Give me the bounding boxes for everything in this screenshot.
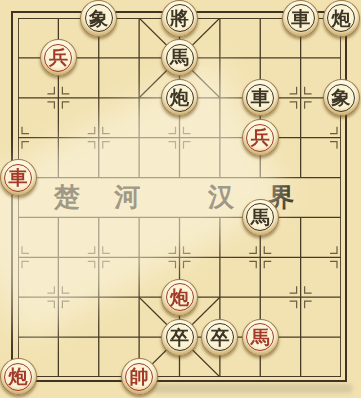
xiangqi-board: 象將車炮兵馬炮車象兵車馬炮卒卒馬炮帥 bbox=[0, 0, 361, 397]
piece-ring: 馬 bbox=[166, 44, 194, 72]
piece-ring: 炮 bbox=[327, 4, 355, 32]
piece-glyph: 馬 bbox=[170, 48, 189, 67]
piece-black-soldier[interactable]: 卒 bbox=[161, 319, 198, 356]
piece-glyph: 炮 bbox=[332, 9, 351, 28]
piece-ring: 馬 bbox=[246, 323, 274, 351]
piece-ring: 將 bbox=[166, 4, 194, 32]
piece-glyph: 兵 bbox=[49, 48, 68, 67]
piece-glyph: 將 bbox=[170, 9, 189, 28]
piece-red-horse[interactable]: 馬 bbox=[242, 319, 279, 356]
piece-black-elephant[interactable]: 象 bbox=[80, 0, 117, 37]
xiangqi-game-screen: 楚 河 汉 界 象將車炮兵馬炮車象兵車馬炮卒卒馬炮帥 bbox=[0, 0, 361, 398]
piece-ring: 象 bbox=[85, 4, 113, 32]
piece-black-cannon[interactable]: 炮 bbox=[161, 79, 198, 116]
piece-glyph: 馬 bbox=[251, 328, 270, 347]
piece-black-horse[interactable]: 馬 bbox=[242, 199, 279, 236]
piece-black-cannon[interactable]: 炮 bbox=[323, 0, 360, 37]
piece-glyph: 炮 bbox=[170, 88, 189, 107]
piece-ring: 車 bbox=[246, 84, 274, 112]
piece-ring: 象 bbox=[327, 84, 355, 112]
piece-black-chariot[interactable]: 車 bbox=[282, 0, 319, 37]
piece-ring: 帥 bbox=[125, 363, 153, 391]
piece-glyph: 卒 bbox=[210, 328, 229, 347]
piece-glyph: 卒 bbox=[170, 328, 189, 347]
piece-glyph: 炮 bbox=[9, 367, 28, 386]
piece-red-cannon[interactable]: 炮 bbox=[161, 279, 198, 316]
piece-ring: 炮 bbox=[166, 84, 194, 112]
piece-glyph: 炮 bbox=[170, 288, 189, 307]
piece-black-soldier[interactable]: 卒 bbox=[201, 319, 238, 356]
piece-glyph: 帥 bbox=[130, 367, 149, 386]
piece-red-soldier[interactable]: 兵 bbox=[242, 119, 279, 156]
piece-ring: 車 bbox=[287, 4, 315, 32]
piece-ring: 兵 bbox=[246, 124, 274, 152]
piece-glyph: 象 bbox=[89, 9, 108, 28]
piece-glyph: 車 bbox=[291, 9, 310, 28]
piece-ring: 炮 bbox=[4, 363, 32, 391]
piece-black-chariot[interactable]: 車 bbox=[242, 79, 279, 116]
piece-ring: 卒 bbox=[166, 323, 194, 351]
piece-black-elephant[interactable]: 象 bbox=[323, 79, 360, 116]
piece-glyph: 車 bbox=[9, 168, 28, 187]
piece-glyph: 象 bbox=[332, 88, 351, 107]
piece-glyph: 馬 bbox=[251, 208, 270, 227]
piece-ring: 卒 bbox=[206, 323, 234, 351]
piece-ring: 馬 bbox=[246, 203, 274, 231]
piece-red-chariot[interactable]: 車 bbox=[0, 159, 37, 196]
piece-ring: 車 bbox=[4, 164, 32, 192]
piece-red-soldier[interactable]: 兵 bbox=[40, 39, 77, 76]
piece-glyph: 車 bbox=[251, 88, 270, 107]
piece-ring: 兵 bbox=[44, 44, 72, 72]
piece-red-cannon[interactable]: 炮 bbox=[0, 358, 37, 395]
watermark-smudge bbox=[152, 384, 352, 393]
piece-black-general[interactable]: 將 bbox=[161, 0, 198, 37]
piece-ring: 炮 bbox=[166, 283, 194, 311]
piece-black-horse[interactable]: 馬 bbox=[161, 39, 198, 76]
piece-glyph: 兵 bbox=[251, 128, 270, 147]
